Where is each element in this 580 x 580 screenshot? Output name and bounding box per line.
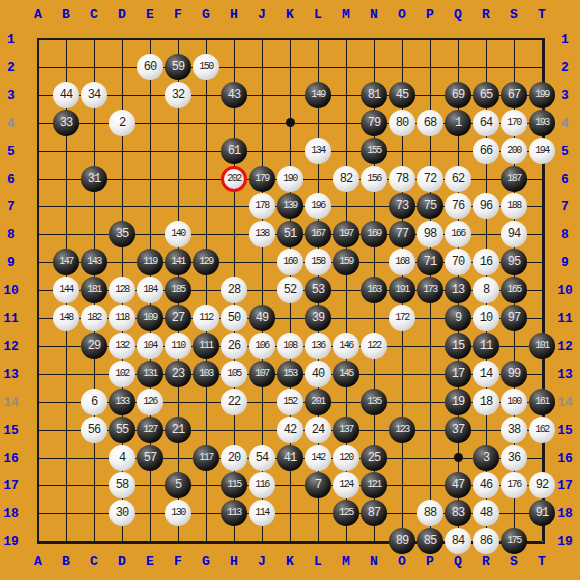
stone-black[interactable]: 135 xyxy=(361,389,387,415)
move-number: 24 xyxy=(312,424,324,436)
stone-black[interactable]: 95 xyxy=(501,249,527,275)
stone-white[interactable]: 104 xyxy=(137,333,163,359)
row-label-left: 14 xyxy=(3,395,19,408)
column-label-bottom: B xyxy=(62,555,70,568)
stone-black[interactable]: 21 xyxy=(165,417,191,443)
stone-black[interactable]: 141 xyxy=(165,249,191,275)
move-number: 14 xyxy=(480,368,492,380)
stone-white[interactable]: 132 xyxy=(109,333,135,359)
stone-black[interactable]: 13 xyxy=(445,277,471,303)
column-label-bottom: F xyxy=(174,555,182,568)
stone-white[interactable]: 86 xyxy=(473,528,499,554)
star-point xyxy=(454,453,463,462)
stone-black[interactable]: 41 xyxy=(277,445,303,471)
stone-white[interactable]: 152 xyxy=(277,389,303,415)
stone-black[interactable]: 25 xyxy=(361,445,387,471)
move-number: 109 xyxy=(143,313,157,323)
move-number: 188 xyxy=(507,201,521,211)
row-label-right: 10 xyxy=(557,284,573,297)
stone-white[interactable]: 190 xyxy=(277,166,303,192)
stone-white[interactable]: 158 xyxy=(305,249,331,275)
stone-black[interactable]: 15 xyxy=(445,333,471,359)
stone-black[interactable]: 155 xyxy=(361,138,387,164)
move-number: 46 xyxy=(480,479,492,491)
move-number: 23 xyxy=(172,368,184,380)
stone-white[interactable]: 36 xyxy=(501,445,527,471)
column-label-bottom: P xyxy=(426,555,434,568)
column-label-top: Q xyxy=(454,8,462,21)
column-label-top: C xyxy=(90,8,98,21)
stone-black[interactable]: 31 xyxy=(81,166,107,192)
move-number: 83 xyxy=(452,507,464,519)
stone-black[interactable]: 55 xyxy=(109,417,135,443)
row-label-right: 3 xyxy=(561,88,569,101)
move-number: 41 xyxy=(284,452,296,464)
stone-black[interactable]: 117 xyxy=(193,445,219,471)
stone-black[interactable]: 19 xyxy=(445,389,471,415)
move-number: 179 xyxy=(255,174,269,184)
stone-white[interactable]: 16 xyxy=(473,249,499,275)
move-number: 77 xyxy=(396,228,408,240)
stone-white[interactable]: 122 xyxy=(361,333,387,359)
move-number: 96 xyxy=(480,200,492,212)
stone-white[interactable]: 112 xyxy=(193,305,219,331)
move-number: 155 xyxy=(367,146,381,156)
stone-black[interactable]: 159 xyxy=(333,249,359,275)
stone-white[interactable]: 40 xyxy=(305,361,331,387)
column-label-bottom: G xyxy=(202,555,210,568)
stone-white[interactable]: 194 xyxy=(529,138,555,164)
move-number: 94 xyxy=(508,228,520,240)
move-number: 118 xyxy=(115,313,129,323)
stone-black[interactable]: 181 xyxy=(81,277,107,303)
move-number: 170 xyxy=(507,118,521,128)
stone-white[interactable]: 18 xyxy=(473,389,499,415)
stone-black[interactable]: 81 xyxy=(361,82,387,108)
move-number: 200 xyxy=(507,146,521,156)
go-board[interactable]: AABBCCDDEEFFGGHHJJKKLLMMNNOOPPQQRRSSTT11… xyxy=(0,0,580,580)
stone-black[interactable]: 89 xyxy=(389,528,415,554)
move-number: 62 xyxy=(452,173,464,185)
stone-white[interactable]: 106 xyxy=(249,333,275,359)
move-number: 20 xyxy=(228,452,240,464)
stone-white[interactable]: 8 xyxy=(473,277,499,303)
move-number: 82 xyxy=(340,173,352,185)
move-number: 147 xyxy=(59,257,73,267)
stone-black[interactable]: 71 xyxy=(417,249,443,275)
stone-white[interactable]: 60 xyxy=(137,54,163,80)
stone-black[interactable]: 1 xyxy=(445,110,471,136)
stone-white[interactable]: 44 xyxy=(53,82,79,108)
move-number: 85 xyxy=(424,535,436,547)
stone-white[interactable]: 32 xyxy=(165,82,191,108)
stone-black[interactable]: 119 xyxy=(137,249,163,275)
column-label-bottom: J xyxy=(258,555,266,568)
move-number: 169 xyxy=(367,229,381,239)
stone-white[interactable]: 84 xyxy=(445,528,471,554)
stone-white[interactable]: 168 xyxy=(389,249,415,275)
move-number: 140 xyxy=(171,229,185,239)
stone-black[interactable]: 99 xyxy=(501,361,527,387)
stone-white[interactable]: 102 xyxy=(109,361,135,387)
stone-white[interactable]: 52 xyxy=(277,277,303,303)
move-number: 168 xyxy=(395,257,409,267)
stone-white[interactable]: 62 xyxy=(445,166,471,192)
stone-white[interactable]: 170 xyxy=(501,110,527,136)
stone-black[interactable]: 79 xyxy=(361,110,387,136)
stone-white[interactable]: 14 xyxy=(473,361,499,387)
move-number: 11 xyxy=(480,340,492,352)
stone-white[interactable]: 160 xyxy=(277,249,303,275)
stone-black[interactable]: 161 xyxy=(529,389,555,415)
move-number: 162 xyxy=(535,425,549,435)
stone-black[interactable]: 39 xyxy=(305,305,331,331)
move-number: 42 xyxy=(284,424,296,436)
move-number: 44 xyxy=(60,89,72,101)
stone-black[interactable]: 199 xyxy=(529,82,555,108)
move-number: 120 xyxy=(339,453,353,463)
move-number: 150 xyxy=(199,62,213,72)
stone-black[interactable]: 23 xyxy=(165,361,191,387)
stone-black[interactable]: 127 xyxy=(137,417,163,443)
stone-white[interactable]: 110 xyxy=(165,333,191,359)
move-number: 18 xyxy=(480,396,492,408)
stone-black[interactable]: 201 xyxy=(305,389,331,415)
move-number: 81 xyxy=(368,89,380,101)
stone-white[interactable]: 64 xyxy=(473,110,499,136)
column-label-bottom: N xyxy=(370,555,378,568)
move-number: 149 xyxy=(311,90,325,100)
stone-black[interactable]: 17 xyxy=(445,361,471,387)
stone-black[interactable]: 57 xyxy=(137,445,163,471)
move-number: 47 xyxy=(452,479,464,491)
row-label-right: 8 xyxy=(561,228,569,241)
stone-black[interactable]: 131 xyxy=(137,361,163,387)
move-number: 129 xyxy=(199,257,213,267)
move-number: 193 xyxy=(535,118,549,128)
stone-black[interactable]: 49 xyxy=(249,305,275,331)
move-number: 115 xyxy=(227,480,241,490)
column-label-bottom: O xyxy=(398,555,406,568)
stone-white[interactable]: 54 xyxy=(249,445,275,471)
stone-black[interactable]: 137 xyxy=(333,417,359,443)
stone-white[interactable]: 10 xyxy=(473,305,499,331)
move-number: 68 xyxy=(424,117,436,129)
move-number: 26 xyxy=(228,340,240,352)
column-label-bottom: R xyxy=(482,555,490,568)
stone-black[interactable]: 111 xyxy=(193,333,219,359)
stone-white[interactable]: 50 xyxy=(221,305,247,331)
column-label-top: J xyxy=(258,8,266,21)
stone-black[interactable]: 133 xyxy=(109,389,135,415)
move-number: 172 xyxy=(395,313,409,323)
move-number: 37 xyxy=(452,424,464,436)
row-label-right: 16 xyxy=(557,451,573,464)
stone-white[interactable]: 184 xyxy=(137,277,163,303)
stone-white[interactable]: 118 xyxy=(109,305,135,331)
move-number: 123 xyxy=(395,425,409,435)
move-number: 128 xyxy=(115,285,129,295)
stone-white[interactable]: 128 xyxy=(109,277,135,303)
move-number: 16 xyxy=(480,256,492,268)
stone-black[interactable]: 163 xyxy=(361,277,387,303)
move-number: 137 xyxy=(339,425,353,435)
stone-white[interactable]: 82 xyxy=(333,166,359,192)
stone-black[interactable]: 59 xyxy=(165,54,191,80)
row-label-left: 2 xyxy=(7,60,15,73)
stone-white[interactable]: 68 xyxy=(417,110,443,136)
move-number: 173 xyxy=(423,285,437,295)
stone-white[interactable]: 2 xyxy=(109,110,135,136)
stone-black[interactable]: 45 xyxy=(389,82,415,108)
column-label-bottom: A xyxy=(34,555,42,568)
stone-white[interactable]: 108 xyxy=(277,333,303,359)
stone-black[interactable]: 69 xyxy=(445,82,471,108)
stone-white[interactable]: 136 xyxy=(305,333,331,359)
stone-black[interactable]: 107 xyxy=(249,361,275,387)
column-label-bottom: K xyxy=(286,555,294,568)
move-number: 71 xyxy=(424,256,436,268)
stone-white[interactable]: 72 xyxy=(417,166,443,192)
move-number: 13 xyxy=(452,284,464,296)
stone-black[interactable]: 43 xyxy=(221,82,247,108)
move-number: 56 xyxy=(88,424,100,436)
stone-black[interactable]: 145 xyxy=(333,361,359,387)
row-label-left: 16 xyxy=(3,451,19,464)
move-number: 29 xyxy=(88,340,100,352)
row-label-left: 13 xyxy=(3,367,19,380)
move-number: 9 xyxy=(455,312,461,324)
stone-black[interactable]: 101 xyxy=(529,333,555,359)
stone-black[interactable]: 191 xyxy=(389,277,415,303)
stone-black[interactable]: 11 xyxy=(473,333,499,359)
move-number: 95 xyxy=(508,256,520,268)
row-label-left: 17 xyxy=(3,479,19,492)
stone-black[interactable]: 165 xyxy=(501,277,527,303)
move-number: 181 xyxy=(87,285,101,295)
stone-white[interactable]: 202 xyxy=(221,166,247,192)
column-label-top: D xyxy=(118,8,126,21)
move-number: 43 xyxy=(228,89,240,101)
row-label-right: 6 xyxy=(561,172,569,185)
move-number: 34 xyxy=(88,89,100,101)
row-label-right: 2 xyxy=(561,60,569,73)
move-number: 185 xyxy=(171,285,185,295)
move-number: 32 xyxy=(172,89,184,101)
stone-white[interactable]: 22 xyxy=(221,389,247,415)
stone-white[interactable]: 28 xyxy=(221,277,247,303)
move-number: 107 xyxy=(255,369,269,379)
row-label-right: 15 xyxy=(557,423,573,436)
move-number: 36 xyxy=(508,452,520,464)
move-number: 175 xyxy=(507,536,521,546)
stone-white[interactable]: 146 xyxy=(333,333,359,359)
stone-black[interactable]: 33 xyxy=(53,110,79,136)
stone-white[interactable]: 200 xyxy=(501,138,527,164)
move-number: 133 xyxy=(115,397,129,407)
stone-white[interactable]: 56 xyxy=(81,417,107,443)
move-number: 141 xyxy=(171,257,185,267)
stone-white[interactable]: 150 xyxy=(193,54,219,80)
stone-black[interactable]: 193 xyxy=(529,110,555,136)
stone-white[interactable]: 182 xyxy=(81,305,107,331)
move-number: 152 xyxy=(283,397,297,407)
move-number: 35 xyxy=(116,228,128,240)
column-label-top: M xyxy=(342,8,350,21)
stone-black[interactable]: 3 xyxy=(473,445,499,471)
stone-black[interactable]: 129 xyxy=(193,249,219,275)
move-number: 108 xyxy=(283,341,297,351)
move-number: 142 xyxy=(311,453,325,463)
go-diagram: AABBCCDDEEFFGGHHJJKKLLMMNNOOPPQQRRSSTT11… xyxy=(0,0,580,580)
move-number: 49 xyxy=(256,312,268,324)
stone-black[interactable]: 149 xyxy=(305,82,331,108)
move-number: 79 xyxy=(368,117,380,129)
move-number: 159 xyxy=(339,257,353,267)
move-number: 1 xyxy=(455,117,461,129)
stone-white[interactable]: 105 xyxy=(221,361,247,387)
move-number: 135 xyxy=(367,397,381,407)
move-number: 45 xyxy=(396,89,408,101)
move-number: 124 xyxy=(339,480,353,490)
stone-white[interactable]: 66 xyxy=(473,138,499,164)
column-label-top: B xyxy=(62,8,70,21)
row-label-right: 17 xyxy=(557,479,573,492)
move-number: 7 xyxy=(315,479,321,491)
stone-white[interactable]: 134 xyxy=(305,138,331,164)
stone-white[interactable]: 100 xyxy=(501,389,527,415)
stone-white[interactable]: 70 xyxy=(445,249,471,275)
stone-white[interactable]: 24 xyxy=(305,417,331,443)
stone-black[interactable]: 147 xyxy=(53,249,79,275)
move-number: 102 xyxy=(115,369,129,379)
move-number: 66 xyxy=(480,145,492,157)
stone-white[interactable]: 120 xyxy=(333,445,359,471)
stone-white[interactable]: 126 xyxy=(137,389,163,415)
stone-white[interactable]: 4 xyxy=(109,445,135,471)
move-number: 92 xyxy=(536,479,548,491)
row-label-left: 10 xyxy=(3,284,19,297)
move-number: 161 xyxy=(535,397,549,407)
move-number: 67 xyxy=(508,89,520,101)
move-number: 38 xyxy=(508,424,520,436)
stone-black[interactable]: 187 xyxy=(501,166,527,192)
column-label-top: A xyxy=(34,8,42,21)
row-label-right: 1 xyxy=(561,33,569,46)
stone-white[interactable]: 162 xyxy=(529,417,555,443)
move-number: 15 xyxy=(452,340,464,352)
stone-black[interactable]: 61 xyxy=(221,138,247,164)
stone-white[interactable]: 80 xyxy=(389,110,415,136)
move-number: 4 xyxy=(119,452,125,464)
move-number: 99 xyxy=(508,368,520,380)
move-number: 61 xyxy=(228,145,240,157)
stone-white[interactable]: 144 xyxy=(53,277,79,303)
move-number: 119 xyxy=(143,257,157,267)
move-number: 132 xyxy=(115,341,129,351)
stone-black[interactable]: 91 xyxy=(529,500,555,526)
stone-black[interactable]: 179 xyxy=(249,166,275,192)
stone-white[interactable]: 142 xyxy=(305,445,331,471)
move-number: 146 xyxy=(339,341,353,351)
move-number: 160 xyxy=(283,257,297,267)
stone-white[interactable]: 156 xyxy=(361,166,387,192)
stone-black[interactable]: 53 xyxy=(305,277,331,303)
column-label-top: E xyxy=(146,8,154,21)
move-number: 73 xyxy=(396,200,408,212)
move-number: 138 xyxy=(255,229,269,239)
stone-white[interactable]: 6 xyxy=(81,389,107,415)
column-label-bottom: E xyxy=(146,555,154,568)
move-number: 28 xyxy=(228,284,240,296)
row-label-right: 18 xyxy=(557,507,573,520)
move-number: 122 xyxy=(367,341,381,351)
stone-black[interactable]: 109 xyxy=(137,305,163,331)
move-number: 84 xyxy=(452,535,464,547)
stone-black[interactable]: 153 xyxy=(277,361,303,387)
move-number: 194 xyxy=(535,146,549,156)
stone-white[interactable]: 34 xyxy=(81,82,107,108)
move-number: 139 xyxy=(283,201,297,211)
stone-white[interactable]: 20 xyxy=(221,445,247,471)
row-label-right: 14 xyxy=(557,395,573,408)
stone-black[interactable]: 67 xyxy=(501,82,527,108)
move-number: 112 xyxy=(199,313,213,323)
stone-white[interactable]: 92 xyxy=(529,472,555,498)
move-number: 78 xyxy=(396,173,408,185)
stone-black[interactable]: 37 xyxy=(445,417,471,443)
move-number: 148 xyxy=(59,313,73,323)
move-number: 39 xyxy=(312,312,324,324)
move-number: 131 xyxy=(143,369,157,379)
stone-black[interactable]: 173 xyxy=(417,277,443,303)
stone-black[interactable]: 123 xyxy=(389,417,415,443)
row-label-right: 4 xyxy=(561,116,569,129)
move-number: 114 xyxy=(255,508,269,518)
column-label-bottom: L xyxy=(314,555,322,568)
row-label-left: 18 xyxy=(3,507,19,520)
stone-white[interactable]: 42 xyxy=(277,417,303,443)
move-number: 165 xyxy=(507,285,521,295)
move-number: 103 xyxy=(199,369,213,379)
move-number: 201 xyxy=(311,397,325,407)
stone-black[interactable]: 85 xyxy=(417,528,443,554)
stone-black[interactable]: 175 xyxy=(501,528,527,554)
stone-black[interactable]: 27 xyxy=(165,305,191,331)
stone-black[interactable]: 185 xyxy=(165,277,191,303)
stone-black[interactable]: 9 xyxy=(445,305,471,331)
stone-black[interactable]: 65 xyxy=(473,82,499,108)
column-label-top: T xyxy=(538,8,546,21)
stone-black[interactable]: 143 xyxy=(81,249,107,275)
stone-white[interactable]: 26 xyxy=(221,333,247,359)
move-number: 6 xyxy=(91,396,97,408)
row-label-right: 5 xyxy=(561,144,569,157)
stone-white[interactable]: 78 xyxy=(389,166,415,192)
stone-black[interactable]: 29 xyxy=(81,333,107,359)
move-number: 101 xyxy=(535,341,549,351)
move-number: 191 xyxy=(395,285,409,295)
move-number: 199 xyxy=(535,90,549,100)
stone-black[interactable]: 103 xyxy=(193,361,219,387)
stone-white[interactable]: 148 xyxy=(53,305,79,331)
row-label-left: 19 xyxy=(3,535,19,548)
move-number: 110 xyxy=(171,341,185,351)
stone-black[interactable]: 97 xyxy=(501,305,527,331)
stone-white[interactable]: 38 xyxy=(501,417,527,443)
stone-white[interactable]: 172 xyxy=(389,305,415,331)
move-number: 125 xyxy=(339,508,353,518)
